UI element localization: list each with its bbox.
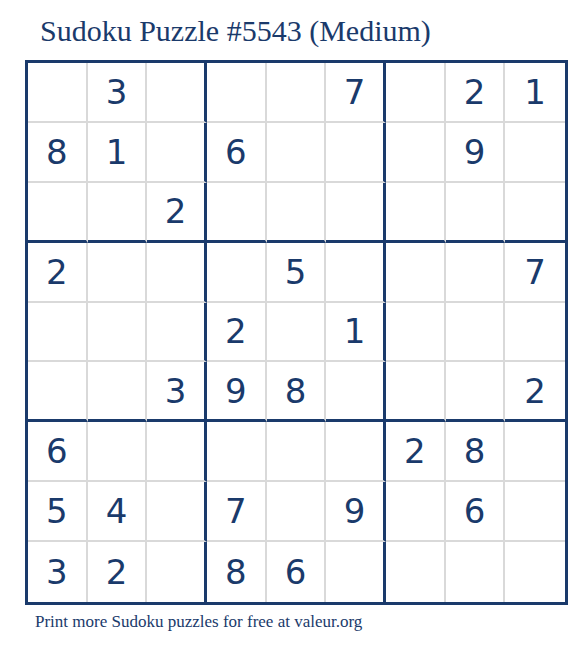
- sudoku-cell-r2c1[interactable]: 8: [28, 123, 88, 183]
- sudoku-cell-r2c8[interactable]: 9: [446, 123, 506, 183]
- sudoku-cell-r2c3[interactable]: [147, 123, 207, 183]
- sudoku-cell-r5c4[interactable]: 2: [207, 303, 267, 363]
- sudoku-cell-r7c9[interactable]: [505, 422, 565, 482]
- sudoku-cell-r3c1[interactable]: [28, 183, 88, 243]
- sudoku-cell-r9c4[interactable]: 8: [207, 542, 267, 602]
- sudoku-cell-r4c6[interactable]: [326, 243, 386, 303]
- sudoku-cell-r6c5[interactable]: 8: [267, 362, 327, 422]
- footer-text: Print more Sudoku puzzles for free at va…: [35, 612, 362, 632]
- sudoku-cell-r7c4[interactable]: [207, 422, 267, 482]
- sudoku-cell-r3c2[interactable]: [88, 183, 148, 243]
- sudoku-cell-r7c2[interactable]: [88, 422, 148, 482]
- sudoku-cell-r4c7[interactable]: [386, 243, 446, 303]
- sudoku-cell-r5c2[interactable]: [88, 303, 148, 363]
- sudoku-cell-r5c6[interactable]: 1: [326, 303, 386, 363]
- sudoku-cell-r5c1[interactable]: [28, 303, 88, 363]
- sudoku-cell-r4c3[interactable]: [147, 243, 207, 303]
- sudoku-cell-r5c7[interactable]: [386, 303, 446, 363]
- sudoku-cell-r5c5[interactable]: [267, 303, 327, 363]
- sudoku-cell-r9c6[interactable]: [326, 542, 386, 602]
- sudoku-cell-r5c8[interactable]: [446, 303, 506, 363]
- sudoku-cell-r3c4[interactable]: [207, 183, 267, 243]
- sudoku-cell-r3c9[interactable]: [505, 183, 565, 243]
- sudoku-cell-r8c4[interactable]: 7: [207, 482, 267, 542]
- sudoku-cell-r7c3[interactable]: [147, 422, 207, 482]
- sudoku-cell-r6c3[interactable]: 3: [147, 362, 207, 422]
- sudoku-cell-r1c4[interactable]: [207, 63, 267, 123]
- sudoku-cell-r8c2[interactable]: 4: [88, 482, 148, 542]
- sudoku-cell-r8c1[interactable]: 5: [28, 482, 88, 542]
- sudoku-cell-r1c8[interactable]: 2: [446, 63, 506, 123]
- sudoku-cell-r8c9[interactable]: [505, 482, 565, 542]
- sudoku-cell-r6c2[interactable]: [88, 362, 148, 422]
- sudoku-cell-r8c8[interactable]: 6: [446, 482, 506, 542]
- sudoku-cell-r6c8[interactable]: [446, 362, 506, 422]
- sudoku-cell-r1c9[interactable]: 1: [505, 63, 565, 123]
- sudoku-cell-r7c1[interactable]: 6: [28, 422, 88, 482]
- sudoku-cell-r7c5[interactable]: [267, 422, 327, 482]
- sudoku-cell-r1c3[interactable]: [147, 63, 207, 123]
- sudoku-cell-r4c1[interactable]: 2: [28, 243, 88, 303]
- sudoku-cell-r5c3[interactable]: [147, 303, 207, 363]
- sudoku-cell-r2c6[interactable]: [326, 123, 386, 183]
- sudoku-cell-r6c4[interactable]: 9: [207, 362, 267, 422]
- sudoku-cell-r6c9[interactable]: 2: [505, 362, 565, 422]
- sudoku-cell-r1c7[interactable]: [386, 63, 446, 123]
- sudoku-cell-r4c4[interactable]: [207, 243, 267, 303]
- sudoku-cell-r1c5[interactable]: [267, 63, 327, 123]
- sudoku-cell-r4c5[interactable]: 5: [267, 243, 327, 303]
- puzzle-title: Sudoku Puzzle #5543 (Medium): [40, 14, 431, 48]
- sudoku-cell-r8c3[interactable]: [147, 482, 207, 542]
- sudoku-cell-r2c5[interactable]: [267, 123, 327, 183]
- sudoku-cell-r9c7[interactable]: [386, 542, 446, 602]
- sudoku-cell-r1c6[interactable]: 7: [326, 63, 386, 123]
- sudoku-cell-r2c2[interactable]: 1: [88, 123, 148, 183]
- sudoku-cell-r9c5[interactable]: 6: [267, 542, 327, 602]
- sudoku-cell-r6c6[interactable]: [326, 362, 386, 422]
- sudoku-cell-r2c4[interactable]: 6: [207, 123, 267, 183]
- sudoku-cell-r3c7[interactable]: [386, 183, 446, 243]
- sudoku-cell-r5c9[interactable]: [505, 303, 565, 363]
- sudoku-cell-r7c6[interactable]: [326, 422, 386, 482]
- sudoku-cell-r9c1[interactable]: 3: [28, 542, 88, 602]
- sudoku-cell-r2c7[interactable]: [386, 123, 446, 183]
- sudoku-cell-r8c7[interactable]: [386, 482, 446, 542]
- sudoku-cell-r7c8[interactable]: 8: [446, 422, 506, 482]
- sudoku-cell-r9c2[interactable]: 2: [88, 542, 148, 602]
- sudoku-cell-r9c8[interactable]: [446, 542, 506, 602]
- sudoku-cell-r3c8[interactable]: [446, 183, 506, 243]
- sudoku-page: { "game": "sudoku", "position": "0300070…: [0, 0, 574, 651]
- sudoku-cell-r4c8[interactable]: [446, 243, 506, 303]
- sudoku-cell-r9c9[interactable]: [505, 542, 565, 602]
- sudoku-cell-r4c9[interactable]: 7: [505, 243, 565, 303]
- sudoku-cell-r3c6[interactable]: [326, 183, 386, 243]
- sudoku-cell-r3c5[interactable]: [267, 183, 327, 243]
- sudoku-cell-r1c1[interactable]: [28, 63, 88, 123]
- sudoku-grid: 372181692257213982628547963286: [25, 60, 568, 605]
- sudoku-cell-r8c6[interactable]: 9: [326, 482, 386, 542]
- sudoku-cell-r2c9[interactable]: [505, 123, 565, 183]
- sudoku-cell-r9c3[interactable]: [147, 542, 207, 602]
- sudoku-cell-r8c5[interactable]: [267, 482, 327, 542]
- sudoku-cell-r6c1[interactable]: [28, 362, 88, 422]
- sudoku-cell-r7c7[interactable]: 2: [386, 422, 446, 482]
- sudoku-cell-r3c3[interactable]: 2: [147, 183, 207, 243]
- sudoku-cell-r6c7[interactable]: [386, 362, 446, 422]
- sudoku-cell-r4c2[interactable]: [88, 243, 148, 303]
- sudoku-cell-r1c2[interactable]: 3: [88, 63, 148, 123]
